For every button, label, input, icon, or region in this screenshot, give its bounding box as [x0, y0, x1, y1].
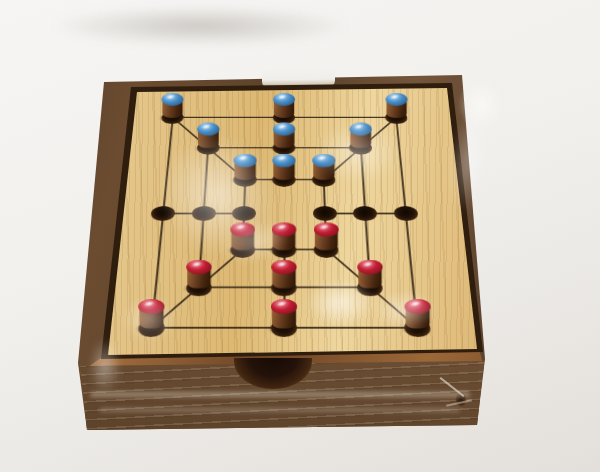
- wrap-crease: [84, 330, 126, 402]
- peg-cap: [385, 93, 407, 106]
- scene: [0, 0, 600, 472]
- peg-blue: [162, 93, 184, 119]
- peg-blue: [273, 93, 295, 119]
- back-wall-notch: [262, 68, 335, 88]
- plastic-glare: [362, 284, 447, 336]
- wrap-crease: [452, 74, 510, 136]
- peg-red: [272, 259, 297, 289]
- peg-red: [314, 222, 339, 251]
- peg-blue: [385, 93, 407, 119]
- wrap-streak: [100, 408, 460, 412]
- plastic-glare: [300, 112, 415, 194]
- peg-cap: [358, 259, 383, 274]
- front-finger-notch: [234, 358, 312, 389]
- wrap-streak: [90, 392, 470, 397]
- plastic-glare: [112, 288, 187, 350]
- ground-shadow: [0, 0, 400, 52]
- peg-cap: [314, 222, 339, 236]
